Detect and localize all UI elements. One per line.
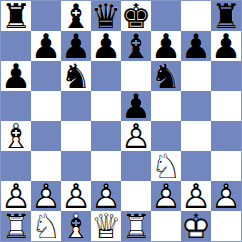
square-d1[interactable]: ♛♕: [91, 211, 121, 241]
square-h4[interactable]: [211, 121, 241, 151]
square-c4[interactable]: [61, 121, 91, 151]
piece-white-rook-e1: ♜♖: [121, 211, 151, 241]
square-g1[interactable]: ♚♔: [181, 211, 211, 241]
square-g5[interactable]: [181, 91, 211, 121]
piece-white-bishop-a4: ♝♗: [1, 121, 31, 151]
square-c5[interactable]: [61, 91, 91, 121]
square-e4[interactable]: ♟♙: [121, 121, 151, 151]
square-h6[interactable]: [211, 61, 241, 91]
square-h7[interactable]: ♙♟: [211, 31, 241, 61]
square-a1[interactable]: ♜♖: [1, 211, 31, 241]
square-c1[interactable]: ♝♗: [61, 211, 91, 241]
square-h1[interactable]: [211, 211, 241, 241]
square-b6[interactable]: [31, 61, 61, 91]
square-h5[interactable]: [211, 91, 241, 121]
piece-white-knight-b1: ♞♘: [31, 211, 61, 241]
piece-black-pawn-g7: ♙♟: [181, 31, 211, 61]
piece-black-knight-c6: ♘♞: [61, 61, 91, 91]
square-b5[interactable]: [31, 91, 61, 121]
square-f5[interactable]: [151, 91, 181, 121]
square-f1[interactable]: [151, 211, 181, 241]
square-f6[interactable]: ♘♞: [151, 61, 181, 91]
square-b1[interactable]: ♞♘: [31, 211, 61, 241]
piece-black-pawn-h7: ♙♟: [211, 31, 241, 61]
chess-board: ♖♜♗♝♕♛♔♚♖♜♙♟♙♟♙♟♗♝♙♟♙♟♙♟♙♟♘♞♘♞♙♟♝♗♟♙♞♘♟♙…: [0, 0, 242, 242]
piece-black-pawn-a6: ♙♟: [1, 61, 31, 91]
square-g4[interactable]: [181, 121, 211, 151]
square-a8[interactable]: ♖♜: [1, 1, 31, 31]
piece-black-pawn-d7: ♙♟: [91, 31, 121, 61]
square-e1[interactable]: ♜♖: [121, 211, 151, 241]
square-f2[interactable]: ♟♙: [151, 181, 181, 211]
square-e3[interactable]: [121, 151, 151, 181]
square-d7[interactable]: ♙♟: [91, 31, 121, 61]
piece-white-pawn-f2: ♟♙: [151, 181, 181, 211]
piece-black-rook-a8: ♖♜: [1, 1, 31, 31]
square-b4[interactable]: [31, 121, 61, 151]
square-g6[interactable]: [181, 61, 211, 91]
piece-white-king-g1: ♚♔: [181, 211, 211, 241]
piece-white-bishop-c1: ♝♗: [61, 211, 91, 241]
piece-black-knight-f6: ♘♞: [151, 61, 181, 91]
square-c6[interactable]: ♘♞: [61, 61, 91, 91]
square-h2[interactable]: ♟♙: [211, 181, 241, 211]
square-d5[interactable]: [91, 91, 121, 121]
piece-white-pawn-e4: ♟♙: [121, 121, 151, 151]
piece-white-pawn-h2: ♟♙: [211, 181, 241, 211]
square-a6[interactable]: ♙♟: [1, 61, 31, 91]
piece-white-rook-a1: ♜♖: [1, 211, 31, 241]
square-d6[interactable]: [91, 61, 121, 91]
piece-black-pawn-b7: ♙♟: [31, 31, 61, 61]
square-g7[interactable]: ♙♟: [181, 31, 211, 61]
square-a4[interactable]: ♝♗: [1, 121, 31, 151]
square-d4[interactable]: [91, 121, 121, 151]
square-e7[interactable]: ♗♝: [121, 31, 151, 61]
piece-black-bishop-e7: ♗♝: [121, 31, 151, 61]
square-b7[interactable]: ♙♟: [31, 31, 61, 61]
piece-white-queen-d1: ♛♕: [91, 211, 121, 241]
